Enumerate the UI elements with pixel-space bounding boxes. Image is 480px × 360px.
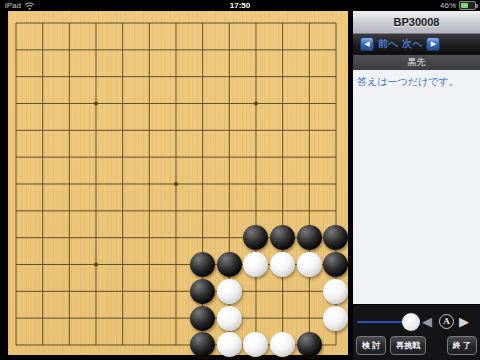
black-stone [190, 279, 215, 304]
board-cell[interactable] [189, 305, 216, 332]
board-cell[interactable] [56, 278, 83, 305]
board-cell[interactable] [29, 90, 56, 117]
board-cell[interactable] [29, 224, 56, 251]
side-panel: BP30008 ◀ 前へ 次へ ▶ 黒先 答えは一つだけです。 ◀ A ▶ 検 … [352, 11, 480, 360]
board-cell[interactable] [83, 224, 110, 251]
board-cell[interactable] [189, 10, 216, 37]
board-cell[interactable] [296, 36, 323, 63]
board-cell[interactable] [163, 90, 190, 117]
step-forward-icon[interactable]: ▶ [459, 313, 469, 331]
board-cell[interactable] [296, 224, 323, 251]
nav-bar: ◀ 前へ 次へ ▶ [353, 34, 480, 54]
board-cell[interactable] [136, 36, 163, 63]
board-cell[interactable] [109, 251, 136, 278]
board-cell[interactable] [56, 63, 83, 90]
board-cell[interactable] [269, 63, 296, 90]
board-cell[interactable] [296, 251, 323, 278]
board-cell[interactable] [243, 305, 270, 332]
board-cell[interactable] [109, 10, 136, 37]
board-cell[interactable] [323, 171, 350, 198]
board-cell[interactable] [3, 117, 30, 144]
board-cell[interactable] [216, 251, 243, 278]
board-cell[interactable] [109, 197, 136, 224]
board-cell[interactable] [323, 36, 350, 63]
board-cell[interactable] [3, 90, 30, 117]
board-cell[interactable] [269, 305, 296, 332]
board-cell[interactable] [136, 251, 163, 278]
black-stone [190, 252, 215, 277]
board-cell[interactable] [83, 36, 110, 63]
board-cell[interactable] [323, 332, 350, 359]
white-stone [323, 306, 348, 331]
black-stone [323, 252, 348, 277]
board-cell[interactable] [136, 278, 163, 305]
board-cell[interactable] [323, 305, 350, 332]
annotate-icon[interactable]: A [439, 314, 454, 329]
board-cell[interactable] [243, 278, 270, 305]
board-cell[interactable] [3, 63, 30, 90]
board-cell[interactable] [296, 332, 323, 359]
board-cell[interactable] [29, 10, 56, 37]
white-stone [217, 279, 242, 304]
step-back-icon[interactable]: ◀ [422, 313, 432, 331]
board-cell[interactable] [83, 251, 110, 278]
board-cell[interactable] [269, 197, 296, 224]
board-cell[interactable] [56, 224, 83, 251]
board-cell[interactable] [216, 278, 243, 305]
problem-title: BP30008 [353, 11, 480, 34]
board-cell[interactable] [3, 36, 30, 63]
board-cell[interactable] [269, 278, 296, 305]
problem-text-area: 答えは一つだけです。 [353, 70, 480, 304]
white-stone [270, 252, 295, 277]
board-cell[interactable] [163, 36, 190, 63]
board-cell[interactable] [269, 251, 296, 278]
board-cell[interactable] [243, 224, 270, 251]
board-cell[interactable] [243, 36, 270, 63]
board-cell[interactable] [83, 144, 110, 171]
board-cell[interactable] [163, 144, 190, 171]
board-cell[interactable] [3, 171, 30, 198]
board-cell[interactable] [136, 10, 163, 37]
board-cell[interactable] [243, 63, 270, 90]
board-cell[interactable] [29, 278, 56, 305]
board-cell[interactable] [189, 251, 216, 278]
stones-grid [3, 10, 350, 359]
board-cell[interactable] [323, 224, 350, 251]
board-cell[interactable] [56, 36, 83, 63]
white-stone [270, 332, 295, 357]
black-stone [190, 306, 215, 331]
board-cell[interactable] [83, 10, 110, 37]
board-cell[interactable] [189, 171, 216, 198]
board-cell[interactable] [56, 144, 83, 171]
retry-button[interactable]: 再挑戦 [390, 336, 426, 355]
board-cell[interactable] [136, 63, 163, 90]
board-cell[interactable] [109, 63, 136, 90]
board-cell[interactable] [29, 251, 56, 278]
board-cell[interactable] [216, 224, 243, 251]
board-cell[interactable] [269, 144, 296, 171]
board-cell[interactable] [189, 63, 216, 90]
board-cell[interactable] [83, 278, 110, 305]
board-cell[interactable] [109, 305, 136, 332]
board-cell[interactable] [269, 36, 296, 63]
white-stone [243, 252, 268, 277]
board-cell[interactable] [216, 36, 243, 63]
next-button[interactable]: ▶ [426, 37, 440, 51]
board-cell[interactable] [323, 10, 350, 37]
board-cell[interactable] [29, 332, 56, 359]
board-cell[interactable] [29, 305, 56, 332]
board-cell[interactable] [136, 332, 163, 359]
board-cell[interactable] [3, 10, 30, 37]
board-cell[interactable] [189, 144, 216, 171]
board-cell[interactable] [189, 117, 216, 144]
board-cell[interactable] [243, 117, 270, 144]
board-cell[interactable] [296, 171, 323, 198]
board-cell[interactable] [163, 305, 190, 332]
board-cell[interactable] [29, 63, 56, 90]
next-label[interactable]: 次へ [402, 37, 422, 51]
board-cell[interactable] [216, 90, 243, 117]
board-cell[interactable] [136, 197, 163, 224]
board-cell[interactable] [163, 332, 190, 359]
board-cell[interactable] [83, 305, 110, 332]
board-cell[interactable] [163, 10, 190, 37]
board-cell[interactable] [136, 117, 163, 144]
board-cell[interactable] [269, 332, 296, 359]
board-cell[interactable] [189, 332, 216, 359]
board-cell[interactable] [83, 171, 110, 198]
board-cell[interactable] [296, 90, 323, 117]
board-cell[interactable] [323, 197, 350, 224]
board-cell[interactable] [323, 144, 350, 171]
prev-button[interactable]: ◀ [360, 37, 374, 51]
goban [8, 11, 348, 355]
board-cell[interactable] [3, 278, 30, 305]
board-cell[interactable] [56, 10, 83, 37]
board-cell[interactable] [109, 278, 136, 305]
board-cell[interactable] [323, 251, 350, 278]
board-area [0, 11, 352, 360]
board-cell[interactable] [296, 197, 323, 224]
board-cell[interactable] [269, 117, 296, 144]
board-cell[interactable] [83, 63, 110, 90]
quit-button[interactable]: 終 了 [447, 336, 477, 355]
board-cell[interactable] [29, 117, 56, 144]
board-cell[interactable] [163, 117, 190, 144]
black-stone [297, 225, 322, 250]
board-cell[interactable] [243, 90, 270, 117]
black-stone [217, 252, 242, 277]
board-cell[interactable] [56, 251, 83, 278]
board-cell[interactable] [296, 305, 323, 332]
board-cell[interactable] [3, 224, 30, 251]
board-cell[interactable] [243, 171, 270, 198]
board-cell[interactable] [163, 224, 190, 251]
white-stone [243, 332, 268, 357]
white-stone [217, 332, 242, 357]
board-cell[interactable] [136, 305, 163, 332]
board-cell[interactable] [56, 197, 83, 224]
board-cell[interactable] [3, 144, 30, 171]
board-cell[interactable] [189, 90, 216, 117]
board-cell[interactable] [323, 278, 350, 305]
board-cell[interactable] [29, 197, 56, 224]
board-cell[interactable] [29, 171, 56, 198]
board-cell[interactable] [269, 171, 296, 198]
battery-percent: 46% [440, 1, 456, 10]
turn-banner: 黒先 [353, 54, 480, 70]
board-cell[interactable] [56, 171, 83, 198]
board-cell[interactable] [216, 305, 243, 332]
board-cell[interactable] [136, 144, 163, 171]
board-cell[interactable] [323, 63, 350, 90]
prev-label[interactable]: 前へ [378, 37, 398, 51]
board-cell[interactable] [3, 251, 30, 278]
board-cell[interactable] [243, 332, 270, 359]
board-cell[interactable] [163, 171, 190, 198]
board-cell[interactable] [83, 332, 110, 359]
board-cell[interactable] [136, 90, 163, 117]
move-slider-thumb[interactable] [402, 313, 420, 331]
board-cell[interactable] [216, 117, 243, 144]
board-cell[interactable] [29, 36, 56, 63]
board-cell[interactable] [163, 251, 190, 278]
board-cell[interactable] [189, 224, 216, 251]
board-cell[interactable] [56, 117, 83, 144]
board-cell[interactable] [29, 144, 56, 171]
white-stone [323, 279, 348, 304]
board-cell[interactable] [216, 197, 243, 224]
white-stone [297, 252, 322, 277]
board-cell[interactable] [189, 36, 216, 63]
board-cell[interactable] [56, 90, 83, 117]
board-cell[interactable] [296, 10, 323, 37]
board-cell[interactable] [243, 10, 270, 37]
board-cell[interactable] [216, 171, 243, 198]
board-cell[interactable] [269, 90, 296, 117]
board-cell[interactable] [83, 90, 110, 117]
black-stone [297, 332, 322, 357]
board-cell[interactable] [109, 90, 136, 117]
board-cell[interactable] [243, 144, 270, 171]
board-cell[interactable] [269, 10, 296, 37]
hint-text: 答えは一つだけです。 [357, 75, 476, 89]
board-cell[interactable] [109, 171, 136, 198]
board-cell[interactable] [56, 332, 83, 359]
black-stone [323, 225, 348, 250]
board-cell[interactable] [83, 197, 110, 224]
board-cell[interactable] [189, 197, 216, 224]
board-cell[interactable] [216, 10, 243, 37]
board-cell[interactable] [3, 332, 30, 359]
board-cell[interactable] [296, 63, 323, 90]
board-cell[interactable] [163, 63, 190, 90]
board-cell[interactable] [3, 305, 30, 332]
white-stone [217, 306, 242, 331]
black-stone [243, 225, 268, 250]
board-cell[interactable] [216, 144, 243, 171]
board-cell[interactable] [56, 305, 83, 332]
board-cell[interactable] [109, 117, 136, 144]
board-cell[interactable] [296, 278, 323, 305]
board-cell[interactable] [136, 171, 163, 198]
controls-area: ◀ A ▶ 検 討 再挑戦 終 了 [353, 304, 480, 360]
board-cell[interactable] [136, 224, 163, 251]
board-cell[interactable] [216, 63, 243, 90]
board-cell[interactable] [109, 36, 136, 63]
battery-icon [459, 1, 476, 10]
board-cell[interactable] [269, 224, 296, 251]
board-cell[interactable] [323, 90, 350, 117]
board-cell[interactable] [163, 278, 190, 305]
review-button[interactable]: 検 討 [356, 336, 386, 355]
board-cell[interactable] [323, 117, 350, 144]
board-cell[interactable] [163, 197, 190, 224]
board-cell[interactable] [109, 332, 136, 359]
black-stone [270, 225, 295, 250]
board-cell[interactable] [109, 224, 136, 251]
board-cell[interactable] [243, 251, 270, 278]
board-cell[interactable] [216, 332, 243, 359]
board-cell[interactable] [296, 144, 323, 171]
board-cell[interactable] [3, 197, 30, 224]
black-stone [190, 332, 215, 357]
board-cell[interactable] [189, 278, 216, 305]
board-cell[interactable] [109, 144, 136, 171]
board-cell[interactable] [243, 197, 270, 224]
board-cell[interactable] [296, 117, 323, 144]
board-cell[interactable] [83, 117, 110, 144]
